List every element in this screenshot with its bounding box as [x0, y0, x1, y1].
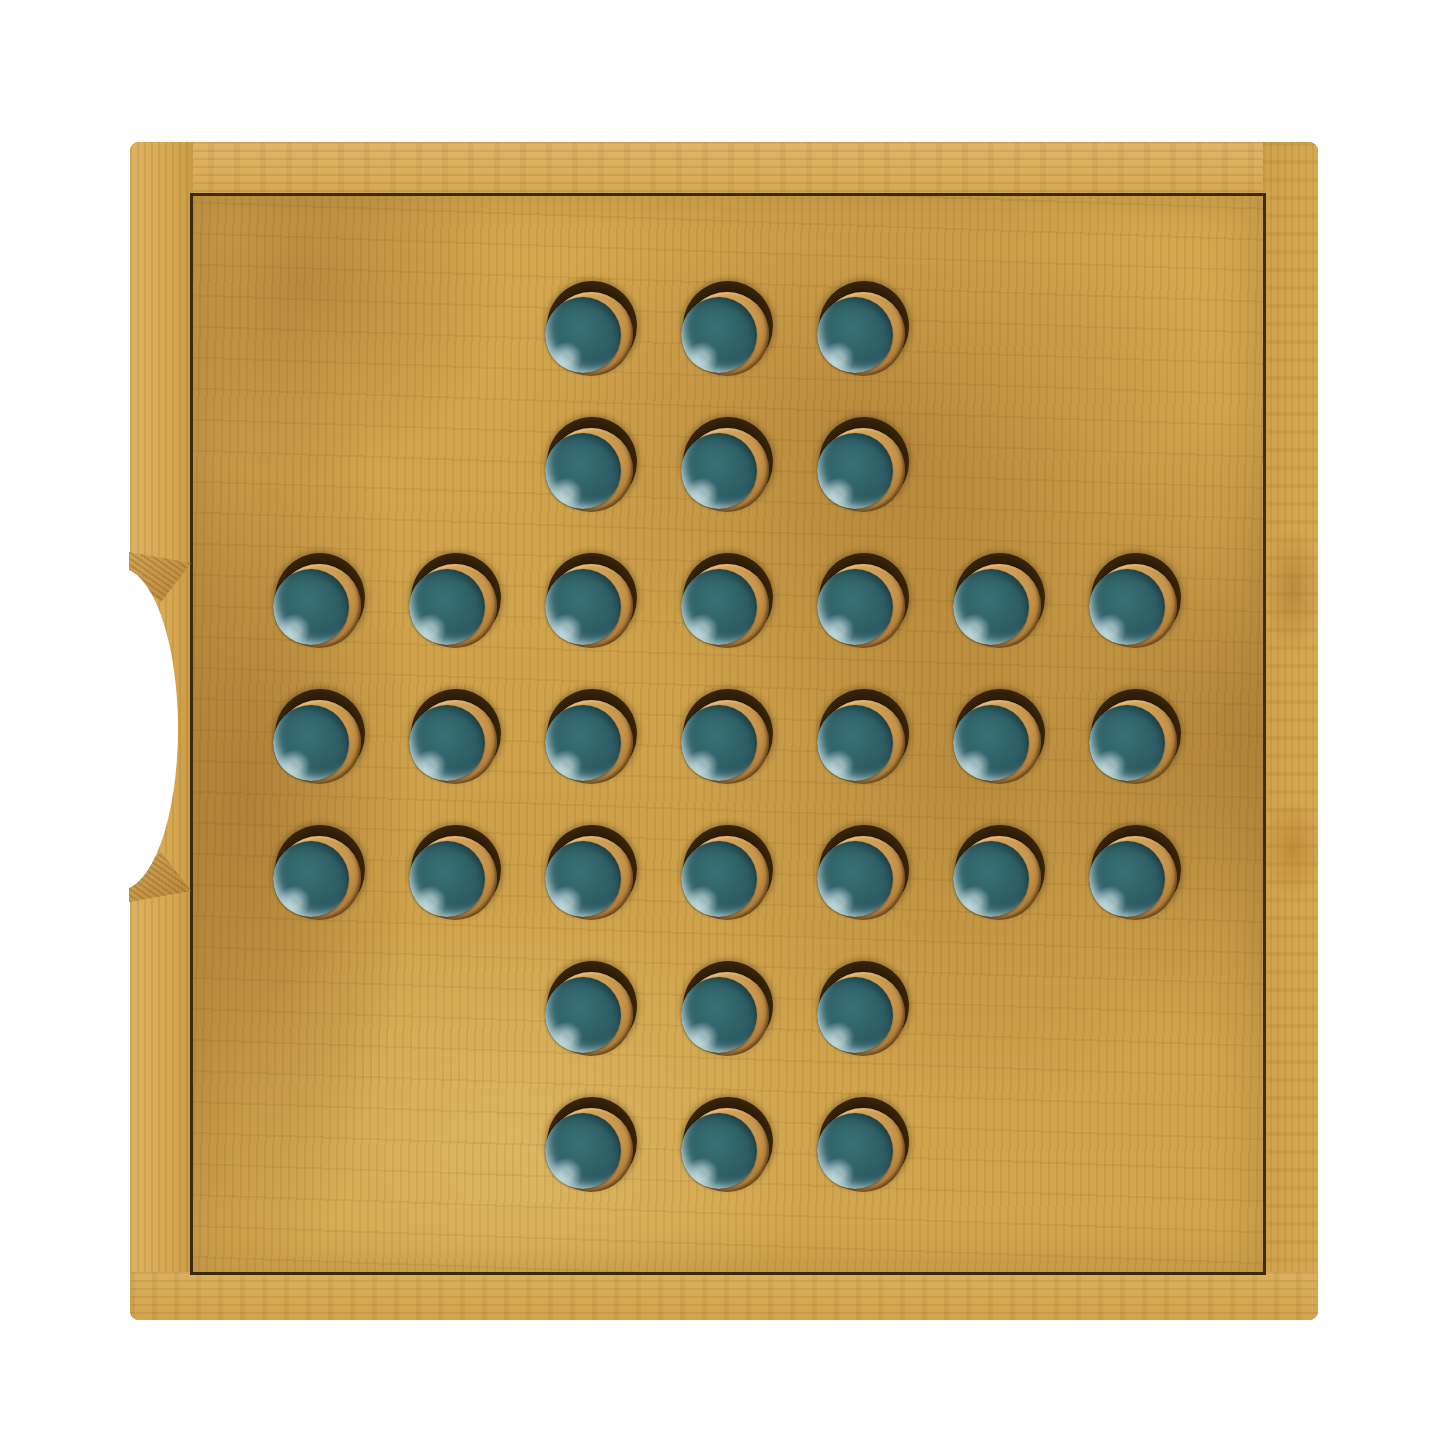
peg-cap-teal	[273, 705, 349, 781]
peg-cap-teal	[545, 705, 621, 781]
peg[interactable]	[524, 1074, 660, 1210]
board-cell-r6c3	[524, 938, 660, 1074]
peg-cap-teal	[681, 841, 757, 917]
peg[interactable]	[660, 530, 796, 666]
board-cell-r4c7	[1068, 666, 1204, 802]
board-cell-r3c3	[524, 530, 660, 666]
board-cell-r5c3	[524, 802, 660, 938]
peg-cap-teal	[409, 841, 485, 917]
peg[interactable]	[388, 666, 524, 802]
board-cell-r4c5	[796, 666, 932, 802]
peg[interactable]	[932, 666, 1068, 802]
box-wall-top	[130, 142, 1318, 196]
box-wall-bottom	[130, 1272, 1318, 1320]
peg-cap-teal	[681, 977, 757, 1053]
board-cell-r3c1	[252, 530, 388, 666]
peg[interactable]	[660, 938, 796, 1074]
board-cell-r5c1	[252, 802, 388, 938]
peg[interactable]	[524, 938, 660, 1074]
peg[interactable]	[660, 802, 796, 938]
wooden-box	[130, 142, 1318, 1320]
peg-cap-teal	[545, 977, 621, 1053]
board-cell-r7c5	[796, 1074, 932, 1210]
peg-cap-teal	[545, 841, 621, 917]
peg-cap-teal	[1089, 705, 1165, 781]
peg-cap-teal	[545, 433, 621, 509]
peg[interactable]	[796, 666, 932, 802]
board-cell-r2c5	[796, 394, 932, 530]
board-cell-r4c6	[932, 666, 1068, 802]
peg-cap-teal	[817, 1113, 893, 1189]
peg-cap-teal	[681, 705, 757, 781]
board-cell-r4c1	[252, 666, 388, 802]
board-cell-r1c5	[796, 258, 932, 394]
peg[interactable]	[524, 258, 660, 394]
board-cell-r3c7	[1068, 530, 1204, 666]
board-cell-r4c4	[660, 666, 796, 802]
peg[interactable]	[252, 802, 388, 938]
photo-stage	[0, 0, 1445, 1445]
board-cell-r3c6	[932, 530, 1068, 666]
board-cell-r5c5	[796, 802, 932, 938]
peg-cap-teal	[545, 1113, 621, 1189]
board-cell-r3c5	[796, 530, 932, 666]
peg-cap-teal	[273, 841, 349, 917]
peg-field	[252, 258, 1204, 1210]
peg[interactable]	[932, 802, 1068, 938]
board-cell-r3c4	[660, 530, 796, 666]
board-cell-r6c5	[796, 938, 932, 1074]
peg[interactable]	[932, 530, 1068, 666]
peg[interactable]	[796, 394, 932, 530]
peg[interactable]	[796, 802, 932, 938]
peg[interactable]	[524, 394, 660, 530]
board-cell-r4c2	[388, 666, 524, 802]
peg[interactable]	[796, 530, 932, 666]
peg-cap-teal	[409, 705, 485, 781]
peg[interactable]	[1068, 530, 1204, 666]
board-cell-r1c4	[660, 258, 796, 394]
board-cell-r5c2	[388, 802, 524, 938]
peg-cap-teal	[409, 569, 485, 645]
peg-cap-teal	[953, 705, 1029, 781]
peg[interactable]	[796, 258, 932, 394]
peg-cap-teal	[273, 569, 349, 645]
board-cell-r1c3	[524, 258, 660, 394]
peg-cap-teal	[681, 433, 757, 509]
peg-cap-teal	[953, 841, 1029, 917]
peg-cap-teal	[545, 297, 621, 373]
peg[interactable]	[796, 938, 932, 1074]
peg[interactable]	[1068, 666, 1204, 802]
board-cell-r5c6	[932, 802, 1068, 938]
peg[interactable]	[660, 1074, 796, 1210]
peg-cap-teal	[681, 297, 757, 373]
peg[interactable]	[252, 666, 388, 802]
peg[interactable]	[660, 258, 796, 394]
peg-cap-teal	[681, 1113, 757, 1189]
board-cell-r2c3	[524, 394, 660, 530]
solitaire-board-lid	[193, 196, 1263, 1272]
thumb-notch	[62, 568, 178, 890]
peg[interactable]	[1068, 802, 1204, 938]
board-cell-r5c7	[1068, 802, 1204, 938]
peg-cap-teal	[953, 569, 1029, 645]
peg-cap-teal	[681, 569, 757, 645]
box-wall-right	[1263, 142, 1318, 1320]
board-cell-r2c4	[660, 394, 796, 530]
peg[interactable]	[524, 802, 660, 938]
peg-cap-teal	[1089, 569, 1165, 645]
board-cell-r3c2	[388, 530, 524, 666]
peg[interactable]	[524, 666, 660, 802]
board-cell-r5c4	[660, 802, 796, 938]
peg[interactable]	[388, 530, 524, 666]
peg[interactable]	[252, 530, 388, 666]
board-cell-r4c3	[524, 666, 660, 802]
peg-cap-teal	[817, 705, 893, 781]
peg-cap-teal	[1089, 841, 1165, 917]
peg-cap-teal	[545, 569, 621, 645]
peg-cap-teal	[817, 297, 893, 373]
board-cell-r7c4	[660, 1074, 796, 1210]
board-cell-r6c4	[660, 938, 796, 1074]
board-cell-r7c3	[524, 1074, 660, 1210]
peg[interactable]	[388, 802, 524, 938]
peg-cap-teal	[817, 841, 893, 917]
peg[interactable]	[660, 394, 796, 530]
peg-cap-teal	[817, 433, 893, 509]
peg[interactable]	[796, 1074, 932, 1210]
peg-cap-teal	[817, 569, 893, 645]
peg-cap-teal	[817, 977, 893, 1053]
peg[interactable]	[660, 666, 796, 802]
peg[interactable]	[524, 530, 660, 666]
